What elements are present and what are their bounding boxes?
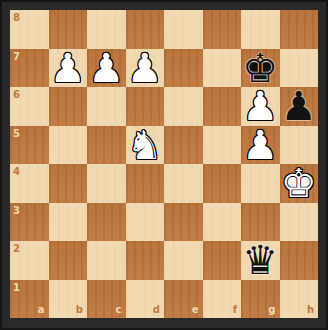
- square-f4[interactable]: [203, 164, 242, 203]
- square-c3[interactable]: [87, 203, 126, 242]
- file-label-h: h: [307, 305, 314, 315]
- square-c6[interactable]: [87, 87, 126, 126]
- file-label-d: d: [153, 305, 160, 315]
- square-b5[interactable]: [49, 126, 88, 165]
- square-g4[interactable]: [241, 164, 280, 203]
- square-b8[interactable]: [49, 10, 88, 49]
- square-g2[interactable]: ♛: [241, 241, 280, 280]
- square-a3[interactable]: 3: [10, 203, 49, 242]
- square-b7[interactable]: ♟: [49, 49, 88, 88]
- rank-label-4: 4: [13, 167, 20, 177]
- square-d8[interactable]: [126, 10, 165, 49]
- file-label-c: c: [116, 305, 122, 315]
- rank-label-5: 5: [13, 129, 20, 139]
- square-c2[interactable]: [87, 241, 126, 280]
- square-a7[interactable]: 7: [10, 49, 49, 88]
- square-g8[interactable]: [241, 10, 280, 49]
- square-b3[interactable]: [49, 203, 88, 242]
- square-e4[interactable]: [164, 164, 203, 203]
- square-b1[interactable]: b: [49, 280, 88, 319]
- square-d5[interactable]: ♞: [126, 126, 165, 165]
- white-king[interactable]: ♚: [281, 164, 317, 203]
- square-g1[interactable]: g: [241, 280, 280, 319]
- square-c5[interactable]: [87, 126, 126, 165]
- rank-label-8: 8: [13, 13, 20, 23]
- square-a4[interactable]: 4: [10, 164, 49, 203]
- square-a6[interactable]: 6: [10, 87, 49, 126]
- square-h7[interactable]: [280, 49, 319, 88]
- square-c7[interactable]: ♟: [87, 49, 126, 88]
- square-e2[interactable]: [164, 241, 203, 280]
- file-label-a: a: [38, 305, 45, 315]
- rank-label-7: 7: [13, 52, 20, 62]
- file-label-e: e: [192, 305, 199, 315]
- square-e5[interactable]: [164, 126, 203, 165]
- square-f6[interactable]: [203, 87, 242, 126]
- square-f5[interactable]: [203, 126, 242, 165]
- square-e1[interactable]: e: [164, 280, 203, 319]
- white-pawn[interactable]: ♟: [242, 87, 278, 126]
- square-g7[interactable]: ♚: [241, 49, 280, 88]
- file-label-f: f: [233, 305, 237, 315]
- square-f3[interactable]: [203, 203, 242, 242]
- square-b6[interactable]: [49, 87, 88, 126]
- square-h1[interactable]: h: [280, 280, 319, 319]
- white-pawn[interactable]: ♟: [88, 49, 124, 88]
- square-c4[interactable]: [87, 164, 126, 203]
- square-h8[interactable]: [280, 10, 319, 49]
- square-h6[interactable]: ♟: [280, 87, 319, 126]
- black-queen[interactable]: ♛: [242, 241, 278, 280]
- square-f8[interactable]: [203, 10, 242, 49]
- square-g3[interactable]: [241, 203, 280, 242]
- square-d3[interactable]: [126, 203, 165, 242]
- square-e7[interactable]: [164, 49, 203, 88]
- rank-label-2: 2: [13, 244, 20, 254]
- square-b4[interactable]: [49, 164, 88, 203]
- white-pawn[interactable]: ♟: [242, 126, 278, 165]
- square-a8[interactable]: 8: [10, 10, 49, 49]
- square-e3[interactable]: [164, 203, 203, 242]
- chess-board: 87♟♟♟♚6♟♟5♞♟4♚32♛1abcdefgh: [10, 10, 318, 318]
- square-d2[interactable]: [126, 241, 165, 280]
- square-f1[interactable]: f: [203, 280, 242, 319]
- rank-label-1: 1: [13, 283, 20, 293]
- square-a5[interactable]: 5: [10, 126, 49, 165]
- square-a2[interactable]: 2: [10, 241, 49, 280]
- square-a1[interactable]: 1a: [10, 280, 49, 319]
- square-d6[interactable]: [126, 87, 165, 126]
- square-c1[interactable]: c: [87, 280, 126, 319]
- square-h4[interactable]: ♚: [280, 164, 319, 203]
- square-d7[interactable]: ♟: [126, 49, 165, 88]
- file-label-g: g: [268, 305, 275, 315]
- black-pawn[interactable]: ♟: [281, 87, 317, 126]
- white-pawn[interactable]: ♟: [127, 49, 163, 88]
- square-d1[interactable]: d: [126, 280, 165, 319]
- rank-label-3: 3: [13, 206, 20, 216]
- square-h3[interactable]: [280, 203, 319, 242]
- rank-label-6: 6: [13, 90, 20, 100]
- square-e6[interactable]: [164, 87, 203, 126]
- square-g5[interactable]: ♟: [241, 126, 280, 165]
- square-e8[interactable]: [164, 10, 203, 49]
- white-knight[interactable]: ♞: [127, 126, 163, 165]
- square-h5[interactable]: [280, 126, 319, 165]
- square-f2[interactable]: [203, 241, 242, 280]
- white-pawn[interactable]: ♟: [50, 49, 86, 88]
- square-f7[interactable]: [203, 49, 242, 88]
- square-c8[interactable]: [87, 10, 126, 49]
- square-h2[interactable]: [280, 241, 319, 280]
- black-king[interactable]: ♚: [242, 49, 278, 88]
- board-frame: 87♟♟♟♚6♟♟5♞♟4♚32♛1abcdefgh: [0, 0, 328, 330]
- square-d4[interactable]: [126, 164, 165, 203]
- square-b2[interactable]: [49, 241, 88, 280]
- file-label-b: b: [76, 305, 83, 315]
- square-g6[interactable]: ♟: [241, 87, 280, 126]
